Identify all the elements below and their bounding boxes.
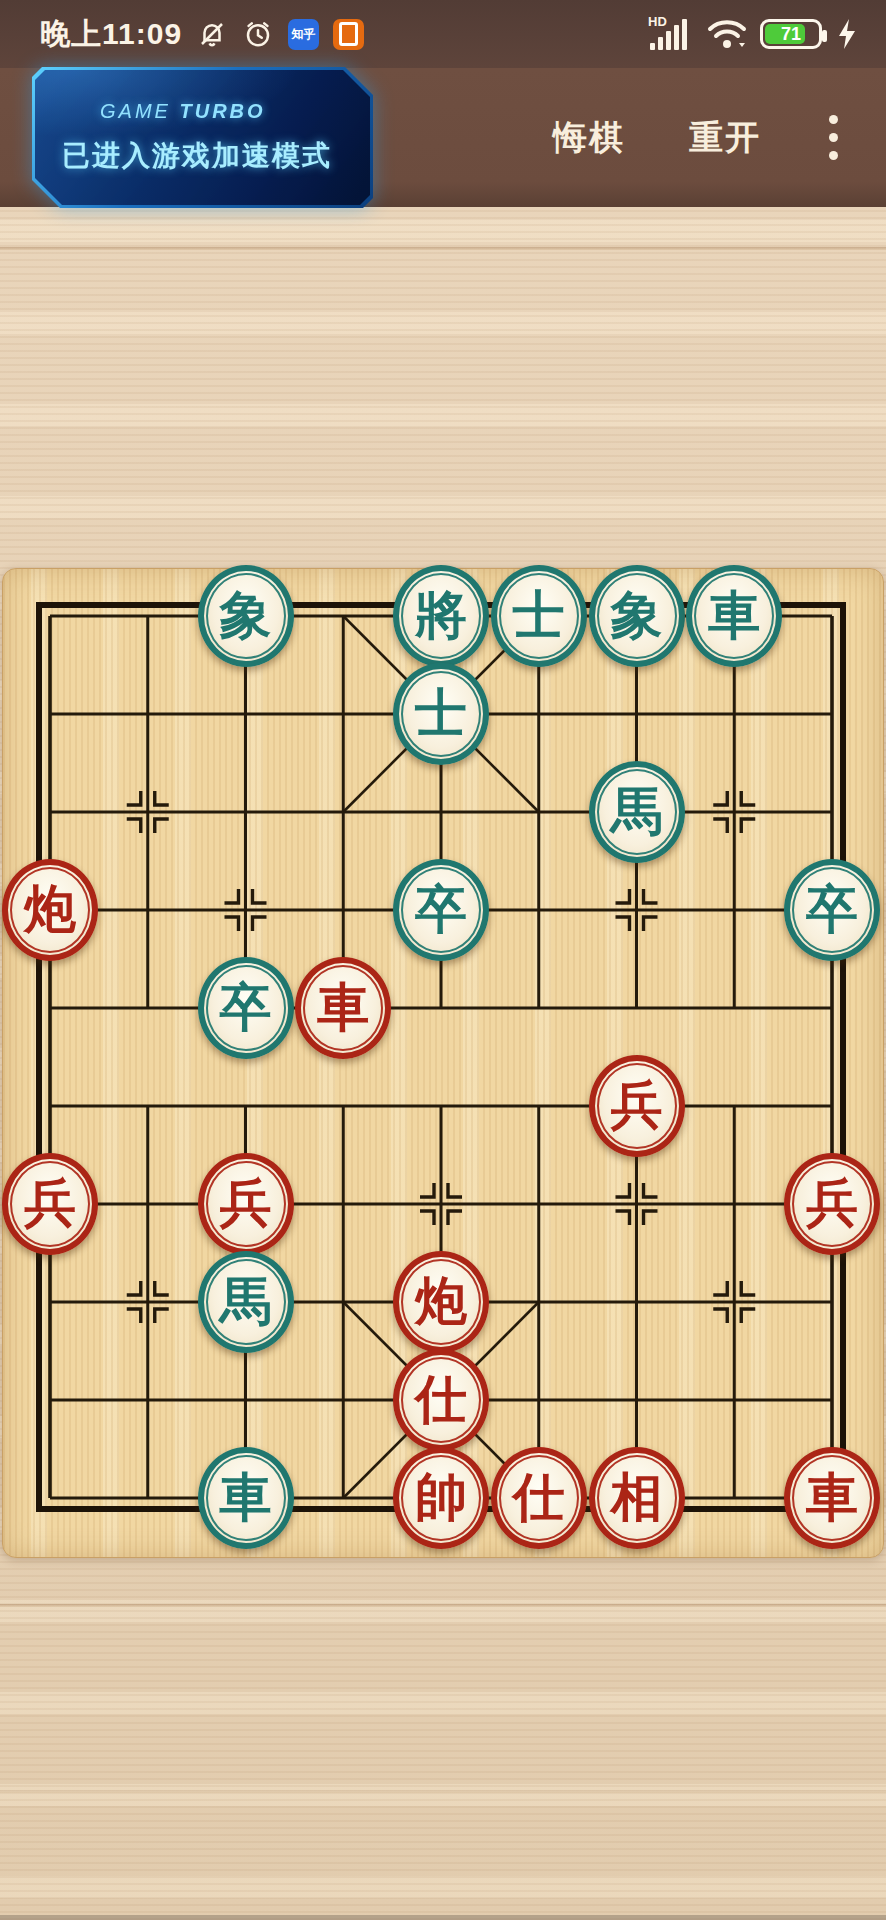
piece-character: 兵 (806, 1177, 858, 1229)
piece-character: 卒 (415, 883, 467, 935)
piece-character: 兵 (611, 1079, 663, 1131)
piece-character: 炮 (415, 1275, 467, 1327)
piece-character: 卒 (220, 981, 272, 1033)
wifi-icon (706, 16, 748, 52)
restart-button[interactable]: 重开 (689, 115, 761, 161)
piece-character: 卒 (806, 883, 858, 935)
pieces-layer: 象將士象車士馬炮卒卒卒車兵兵兵兵馬炮仕車帥仕相車 (50, 616, 832, 1498)
piece-red-advisor[interactable]: 仕 (491, 1447, 587, 1549)
piece-black-advisor[interactable]: 士 (491, 565, 587, 667)
alarm-clock-icon (242, 18, 274, 50)
piece-black-general[interactable]: 將 (393, 565, 489, 667)
piece-red-soldier[interactable]: 兵 (2, 1153, 98, 1255)
piece-black-elephant[interactable]: 象 (198, 565, 294, 667)
piece-black-soldier[interactable]: 卒 (198, 957, 294, 1059)
turbo-message: 已进入游戏加速模式 (62, 137, 332, 175)
piece-red-chariot[interactable]: 車 (784, 1447, 880, 1549)
piece-black-horse[interactable]: 馬 (198, 1251, 294, 1353)
piece-character: 士 (415, 687, 467, 739)
piece-black-advisor[interactable]: 士 (393, 663, 489, 765)
piece-red-advisor[interactable]: 仕 (393, 1349, 489, 1451)
piece-character: 兵 (24, 1177, 76, 1229)
signal-bars-icon: HD (650, 16, 694, 52)
orange-app-icon (333, 19, 364, 50)
piece-black-horse[interactable]: 馬 (589, 761, 685, 863)
piece-character: 炮 (24, 883, 76, 935)
piece-red-elephant[interactable]: 相 (589, 1447, 685, 1549)
piece-character: 馬 (220, 1275, 272, 1327)
game-turbo-banner[interactable]: GAME TURBO 已进入游戏加速模式 (32, 67, 373, 208)
piece-red-soldier[interactable]: 兵 (589, 1055, 685, 1157)
piece-black-chariot[interactable]: 車 (686, 565, 782, 667)
muted-bell-icon (196, 18, 228, 50)
piece-red-cannon[interactable]: 炮 (393, 1251, 489, 1353)
piece-character: 車 (708, 589, 760, 641)
piece-red-cannon[interactable]: 炮 (2, 859, 98, 961)
piece-character: 帥 (415, 1471, 467, 1523)
game-turbo-logo: GAME TURBO (100, 100, 266, 123)
piece-character: 車 (220, 1471, 272, 1523)
piece-red-soldier[interactable]: 兵 (784, 1153, 880, 1255)
clock-time: 晚上11:09 (40, 14, 182, 55)
piece-black-chariot[interactable]: 車 (198, 1447, 294, 1549)
piece-red-general[interactable]: 帥 (393, 1447, 489, 1549)
piece-black-soldier[interactable]: 卒 (393, 859, 489, 961)
piece-character: 仕 (513, 1471, 565, 1523)
piece-character: 車 (806, 1471, 858, 1523)
xiangqi-board[interactable]: 象將士象車士馬炮卒卒卒車兵兵兵兵馬炮仕車帥仕相車 (2, 568, 884, 1558)
piece-character: 相 (611, 1471, 663, 1523)
piece-character: 象 (611, 589, 663, 641)
piece-character: 士 (513, 589, 565, 641)
wood-plank-seam (0, 247, 886, 250)
zhihu-app-icon: 知乎 (288, 19, 319, 50)
screen-bottom-edge (0, 1915, 886, 1920)
undo-move-button[interactable]: 悔棋 (553, 115, 625, 161)
piece-black-soldier[interactable]: 卒 (784, 859, 880, 961)
piece-character: 仕 (415, 1373, 467, 1425)
piece-character: 象 (220, 589, 272, 641)
piece-red-soldier[interactable]: 兵 (198, 1153, 294, 1255)
battery-percent: 71 (763, 24, 819, 45)
piece-character: 兵 (220, 1177, 272, 1229)
more-menu-icon[interactable] (825, 111, 842, 164)
xiangqi-app-screen: 晚上11:09 知乎 HD (0, 0, 886, 1920)
piece-red-chariot[interactable]: 車 (295, 957, 391, 1059)
status-bar: 晚上11:09 知乎 HD (0, 0, 886, 68)
piece-character: 車 (317, 981, 369, 1033)
wood-plank-seam (0, 1790, 886, 1793)
piece-character: 馬 (611, 785, 663, 837)
piece-character: 將 (415, 589, 467, 641)
battery-icon: 71 (760, 19, 822, 49)
piece-black-elephant[interactable]: 象 (589, 565, 685, 667)
charging-bolt-icon (834, 18, 860, 50)
wood-plank-seam (0, 1604, 886, 1607)
